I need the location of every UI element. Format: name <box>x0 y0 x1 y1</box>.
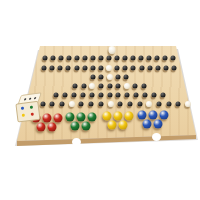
blue-player-peg[interactable] <box>138 111 147 120</box>
die-pip-green <box>30 106 33 109</box>
black-route-peg[interactable] <box>118 102 123 107</box>
black-route-peg[interactable] <box>99 75 104 80</box>
red-player-peg[interactable] <box>48 123 57 132</box>
black-route-peg[interactable] <box>91 56 96 61</box>
red-player-peg[interactable] <box>37 123 46 132</box>
blue-player-peg[interactable] <box>149 111 158 120</box>
black-route-peg[interactable] <box>115 66 120 71</box>
black-route-peg[interactable] <box>131 56 136 61</box>
green-player-peg[interactable] <box>71 122 80 131</box>
black-route-peg[interactable] <box>107 84 112 89</box>
wooden-die[interactable] <box>14 93 43 124</box>
black-route-peg[interactable] <box>98 93 103 98</box>
black-route-peg[interactable] <box>139 56 144 61</box>
yellow-player-peg[interactable] <box>103 112 112 121</box>
green-player-peg[interactable] <box>77 113 86 122</box>
green-player-peg[interactable] <box>88 113 97 122</box>
black-route-peg[interactable] <box>73 84 78 89</box>
blue-player-peg[interactable] <box>143 120 152 129</box>
white-barricade-peg[interactable] <box>69 101 75 107</box>
die-pip <box>29 98 32 100</box>
black-route-peg[interactable] <box>74 66 79 71</box>
black-route-peg[interactable] <box>82 66 87 71</box>
black-route-peg[interactable] <box>116 93 121 98</box>
black-route-peg[interactable] <box>134 93 139 98</box>
black-route-peg[interactable] <box>156 102 161 107</box>
black-route-peg[interactable] <box>99 56 104 61</box>
black-route-peg[interactable] <box>152 93 157 98</box>
black-route-peg[interactable] <box>166 102 171 107</box>
product-photo-scene <box>0 0 200 200</box>
white-barricade-peg[interactable] <box>185 101 191 107</box>
black-route-peg[interactable] <box>155 56 160 61</box>
black-route-peg[interactable] <box>155 66 160 71</box>
black-route-peg[interactable] <box>75 56 80 61</box>
black-route-peg[interactable] <box>51 56 56 61</box>
yellow-player-peg[interactable] <box>119 121 128 130</box>
black-route-peg[interactable] <box>123 66 128 71</box>
white-barricade-peg[interactable] <box>106 65 112 71</box>
black-route-peg[interactable] <box>62 93 67 98</box>
blue-player-peg[interactable] <box>160 111 169 120</box>
black-route-peg[interactable] <box>90 75 95 80</box>
black-route-peg[interactable] <box>147 56 152 61</box>
black-route-peg[interactable] <box>143 93 148 98</box>
black-route-peg[interactable] <box>98 84 103 89</box>
black-route-peg[interactable] <box>161 93 166 98</box>
white-barricade-peg[interactable] <box>89 83 95 89</box>
black-route-peg[interactable] <box>131 66 136 71</box>
black-route-peg[interactable] <box>59 56 64 61</box>
black-route-peg[interactable] <box>90 66 95 71</box>
green-player-peg[interactable] <box>66 113 75 122</box>
black-route-peg[interactable] <box>125 93 130 98</box>
black-route-peg[interactable] <box>89 93 94 98</box>
die-pip <box>24 98 27 100</box>
black-route-peg[interactable] <box>42 66 47 71</box>
white-barricade-peg[interactable] <box>146 101 152 107</box>
red-player-peg[interactable] <box>43 114 52 123</box>
black-route-peg[interactable] <box>172 66 177 71</box>
black-route-peg[interactable] <box>53 93 58 98</box>
black-route-peg[interactable] <box>176 102 181 107</box>
yellow-player-peg[interactable] <box>108 121 117 130</box>
black-route-peg[interactable] <box>137 102 142 107</box>
board-notch <box>152 133 161 141</box>
black-route-peg[interactable] <box>98 102 103 107</box>
black-route-peg[interactable] <box>71 93 76 98</box>
black-route-peg[interactable] <box>107 93 112 98</box>
black-route-peg[interactable] <box>133 84 138 89</box>
black-route-peg[interactable] <box>163 56 168 61</box>
black-route-peg[interactable] <box>116 84 121 89</box>
black-route-peg[interactable] <box>67 56 72 61</box>
black-route-peg[interactable] <box>139 66 144 71</box>
black-route-peg[interactable] <box>115 56 120 61</box>
black-route-peg[interactable] <box>147 66 152 71</box>
black-route-peg[interactable] <box>124 75 129 80</box>
black-route-peg[interactable] <box>89 102 94 107</box>
black-route-peg[interactable] <box>66 66 71 71</box>
die-pip-yellow <box>22 114 25 117</box>
white-barricade-peg[interactable] <box>108 101 114 107</box>
blue-player-peg[interactable] <box>154 120 163 129</box>
black-route-peg[interactable] <box>98 66 103 71</box>
black-route-peg[interactable] <box>163 66 168 71</box>
yellow-player-peg[interactable] <box>114 112 123 121</box>
green-player-peg[interactable] <box>82 122 91 131</box>
die-pip-red <box>31 112 34 115</box>
black-route-peg[interactable] <box>107 56 112 61</box>
black-route-peg[interactable] <box>50 66 55 71</box>
black-route-peg[interactable] <box>127 102 132 107</box>
black-route-peg[interactable] <box>60 102 65 107</box>
red-player-peg[interactable] <box>54 114 63 123</box>
die-pip-blue <box>21 107 24 110</box>
die-front-face <box>15 101 40 123</box>
die-pip <box>34 97 37 99</box>
yellow-player-peg[interactable] <box>125 112 134 121</box>
black-route-peg[interactable] <box>115 75 120 80</box>
board-notch <box>72 138 81 146</box>
black-route-peg[interactable] <box>141 84 146 89</box>
white-goal-peg[interactable] <box>109 46 116 54</box>
white-barricade-peg[interactable] <box>107 74 113 80</box>
black-route-peg[interactable] <box>58 66 63 71</box>
black-route-peg[interactable] <box>83 56 88 61</box>
black-route-peg[interactable] <box>80 93 85 98</box>
black-route-peg[interactable] <box>79 102 84 107</box>
black-route-peg[interactable] <box>171 56 176 61</box>
black-route-peg[interactable] <box>123 56 128 61</box>
white-barricade-peg[interactable] <box>124 83 130 89</box>
black-route-peg[interactable] <box>50 102 55 107</box>
black-route-peg[interactable] <box>43 56 48 61</box>
black-route-peg[interactable] <box>81 84 86 89</box>
